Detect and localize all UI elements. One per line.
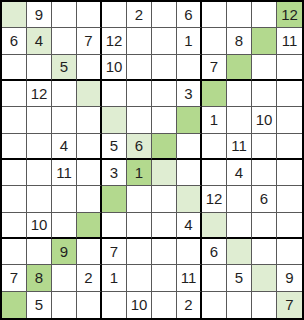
- cell-r9c5[interactable]: [102, 213, 127, 239]
- cell-r3c10[interactable]: [227, 55, 252, 81]
- cell-r7c3[interactable]: 11: [52, 160, 77, 186]
- cell-r4c5[interactable]: [102, 81, 127, 107]
- cell-r4c2[interactable]: 12: [27, 81, 52, 107]
- cell-r8c5[interactable]: [102, 186, 127, 212]
- cell-r9c10[interactable]: [227, 213, 252, 239]
- cell-r12c5[interactable]: [102, 292, 127, 318]
- cell-r4c6[interactable]: [127, 81, 152, 107]
- cell-r1c8[interactable]: 6: [177, 2, 202, 28]
- cell-r5c6[interactable]: [127, 107, 152, 133]
- cell-r11c9[interactable]: [202, 265, 227, 291]
- cell-r12c6[interactable]: 10: [127, 292, 152, 318]
- cell-r12c8[interactable]: 2: [177, 292, 202, 318]
- cell-r3c12[interactable]: [277, 55, 302, 81]
- cell-r7c2[interactable]: [27, 160, 52, 186]
- cell-r11c7[interactable]: [152, 265, 177, 291]
- cell-r12c7[interactable]: [152, 292, 177, 318]
- cell-r3c8[interactable]: [177, 55, 202, 81]
- cell-r2c9[interactable]: [202, 28, 227, 54]
- cell-r6c3[interactable]: 4: [52, 134, 77, 160]
- cell-r6c8[interactable]: [177, 134, 202, 160]
- cell-r8c10[interactable]: [227, 186, 252, 212]
- cell-r6c4[interactable]: [77, 134, 102, 160]
- cell-r8c12[interactable]: [277, 186, 302, 212]
- cell-r8c11[interactable]: 6: [252, 186, 277, 212]
- cell-r2c7[interactable]: [152, 28, 177, 54]
- cell-r5c12[interactable]: [277, 107, 302, 133]
- cell-r7c4[interactable]: [77, 160, 102, 186]
- cell-r12c1[interactable]: [2, 292, 27, 318]
- cell-r6c6[interactable]: 6: [127, 134, 152, 160]
- cell-r12c11[interactable]: [252, 292, 277, 318]
- cell-r10c6[interactable]: [127, 239, 152, 265]
- cell-r8c1[interactable]: [2, 186, 27, 212]
- cell-r2c8[interactable]: 1: [177, 28, 202, 54]
- cell-r3c4[interactable]: [77, 55, 102, 81]
- cell-r1c11[interactable]: [252, 2, 277, 28]
- cell-r3c6[interactable]: [127, 55, 152, 81]
- cell-r4c4[interactable]: [77, 81, 102, 107]
- cell-r2c1[interactable]: 6: [2, 28, 27, 54]
- cell-r3c7[interactable]: [152, 55, 177, 81]
- cell-r6c10[interactable]: 11: [227, 134, 252, 160]
- cell-r9c1[interactable]: [2, 213, 27, 239]
- cell-r7c9[interactable]: [202, 160, 227, 186]
- cell-r4c12[interactable]: [277, 81, 302, 107]
- cell-r3c3[interactable]: 5: [52, 55, 77, 81]
- cell-r6c2[interactable]: [27, 134, 52, 160]
- cell-r1c4[interactable]: [77, 2, 102, 28]
- cell-r2c2[interactable]: 4: [27, 28, 52, 54]
- cell-r11c6[interactable]: [127, 265, 152, 291]
- cell-r1c1[interactable]: [2, 2, 27, 28]
- cell-r7c8[interactable]: [177, 160, 202, 186]
- cell-r5c10[interactable]: [227, 107, 252, 133]
- cell-r5c8[interactable]: [177, 107, 202, 133]
- cell-r2c12[interactable]: 11: [277, 28, 302, 54]
- cell-r12c10[interactable]: [227, 292, 252, 318]
- cell-r7c10[interactable]: 4: [227, 160, 252, 186]
- cell-r1c7[interactable]: [152, 2, 177, 28]
- cell-r7c6[interactable]: 1: [127, 160, 152, 186]
- cell-r4c1[interactable]: [2, 81, 27, 107]
- cell-r7c1[interactable]: [2, 160, 27, 186]
- cell-r10c10[interactable]: [227, 239, 252, 265]
- cell-r4c3[interactable]: [52, 81, 77, 107]
- cell-r7c7[interactable]: [152, 160, 177, 186]
- cell-r11c8[interactable]: 11: [177, 265, 202, 291]
- cell-r10c4[interactable]: [77, 239, 102, 265]
- cell-r4c10[interactable]: [227, 81, 252, 107]
- cell-r12c2[interactable]: 5: [27, 292, 52, 318]
- cell-r1c9[interactable]: [202, 2, 227, 28]
- cell-r3c1[interactable]: [2, 55, 27, 81]
- cell-r10c2[interactable]: [27, 239, 52, 265]
- cell-r1c12[interactable]: 12: [277, 2, 302, 28]
- cell-r8c7[interactable]: [152, 186, 177, 212]
- cell-r5c11[interactable]: 10: [252, 107, 277, 133]
- cell-r8c9[interactable]: 12: [202, 186, 227, 212]
- cell-r1c10[interactable]: [227, 2, 252, 28]
- cell-r12c3[interactable]: [52, 292, 77, 318]
- cell-r10c9[interactable]: 6: [202, 239, 227, 265]
- cell-r9c7[interactable]: [152, 213, 177, 239]
- cell-r10c11[interactable]: [252, 239, 277, 265]
- cell-r5c7[interactable]: [152, 107, 177, 133]
- cell-r6c9[interactable]: [202, 134, 227, 160]
- cell-r5c2[interactable]: [27, 107, 52, 133]
- cell-r11c4[interactable]: 2: [77, 265, 102, 291]
- cell-r5c4[interactable]: [77, 107, 102, 133]
- cell-r6c1[interactable]: [2, 134, 27, 160]
- cell-r5c5[interactable]: [102, 107, 127, 133]
- cell-r11c10[interactable]: 5: [227, 265, 252, 291]
- cell-r11c3[interactable]: [52, 265, 77, 291]
- cell-r4c9[interactable]: [202, 81, 227, 107]
- cell-r9c9[interactable]: [202, 213, 227, 239]
- cell-r2c5[interactable]: 12: [102, 28, 127, 54]
- cell-r9c3[interactable]: [52, 213, 77, 239]
- cell-r4c8[interactable]: 3: [177, 81, 202, 107]
- cell-r8c3[interactable]: [52, 186, 77, 212]
- cell-r5c1[interactable]: [2, 107, 27, 133]
- cell-r11c5[interactable]: 1: [102, 265, 127, 291]
- cell-r11c12[interactable]: 9: [277, 265, 302, 291]
- cell-r1c2[interactable]: 9: [27, 2, 52, 28]
- cell-r6c11[interactable]: [252, 134, 277, 160]
- cell-r8c2[interactable]: [27, 186, 52, 212]
- cell-r11c1[interactable]: 7: [2, 265, 27, 291]
- cell-r2c6[interactable]: [127, 28, 152, 54]
- cell-r9c4[interactable]: [77, 213, 102, 239]
- cell-r12c4[interactable]: [77, 292, 102, 318]
- cell-r10c3[interactable]: 9: [52, 239, 77, 265]
- cell-r5c9[interactable]: 1: [202, 107, 227, 133]
- cell-r2c3[interactable]: [52, 28, 77, 54]
- cell-r3c2[interactable]: [27, 55, 52, 81]
- cell-r2c4[interactable]: 7: [77, 28, 102, 54]
- cell-r4c7[interactable]: [152, 81, 177, 107]
- cell-r12c9[interactable]: [202, 292, 227, 318]
- cell-r10c7[interactable]: [152, 239, 177, 265]
- cell-r9c8[interactable]: 4: [177, 213, 202, 239]
- cell-r3c9[interactable]: 7: [202, 55, 227, 81]
- cell-r3c11[interactable]: [252, 55, 277, 81]
- cell-r9c2[interactable]: 10: [27, 213, 52, 239]
- cell-r12c12[interactable]: 7: [277, 292, 302, 318]
- cell-r3c5[interactable]: 10: [102, 55, 127, 81]
- cell-r1c5[interactable]: [102, 2, 127, 28]
- cell-r2c11[interactable]: [252, 28, 277, 54]
- cell-r10c1[interactable]: [2, 239, 27, 265]
- cell-r6c12[interactable]: [277, 134, 302, 160]
- cell-r7c11[interactable]: [252, 160, 277, 186]
- cell-r6c5[interactable]: 5: [102, 134, 127, 160]
- cell-r4c11[interactable]: [252, 81, 277, 107]
- cell-r8c6[interactable]: [127, 186, 152, 212]
- cell-r6c7[interactable]: [152, 134, 177, 160]
- cell-r1c3[interactable]: [52, 2, 77, 28]
- cell-r5c3[interactable]: [52, 107, 77, 133]
- cell-r7c5[interactable]: 3: [102, 160, 127, 186]
- cell-r9c12[interactable]: [277, 213, 302, 239]
- cell-r2c10[interactable]: 8: [227, 28, 252, 54]
- cell-r9c11[interactable]: [252, 213, 277, 239]
- sudoku-board: 9261264712181151071231104561111314126104…: [0, 0, 304, 320]
- cell-r9c6[interactable]: [127, 213, 152, 239]
- cell-r11c2[interactable]: 8: [27, 265, 52, 291]
- cell-r10c8[interactable]: [177, 239, 202, 265]
- cell-r8c8[interactable]: [177, 186, 202, 212]
- cell-r11c11[interactable]: [252, 265, 277, 291]
- cell-r7c12[interactable]: [277, 160, 302, 186]
- cell-r10c5[interactable]: 7: [102, 239, 127, 265]
- cell-r8c4[interactable]: [77, 186, 102, 212]
- cell-r1c6[interactable]: 2: [127, 2, 152, 28]
- cell-r10c12[interactable]: [277, 239, 302, 265]
